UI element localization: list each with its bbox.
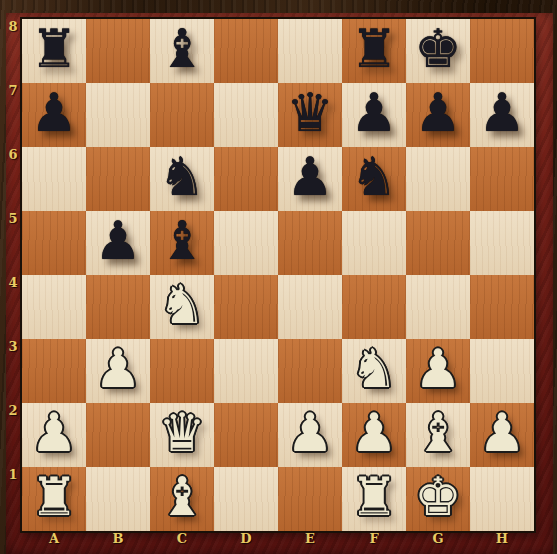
black-pawn[interactable]: ♟ bbox=[350, 81, 398, 145]
black-pawn[interactable]: ♟ bbox=[478, 81, 526, 145]
square-d3[interactable] bbox=[214, 339, 278, 403]
square-c3[interactable] bbox=[150, 339, 214, 403]
file-label-e: E bbox=[278, 531, 342, 553]
square-e8[interactable] bbox=[278, 19, 342, 83]
square-h4[interactable] bbox=[470, 275, 534, 339]
square-e3[interactable] bbox=[278, 339, 342, 403]
black-bishop[interactable]: ♝ bbox=[158, 209, 206, 273]
black-queen[interactable]: ♛ bbox=[286, 81, 334, 145]
square-e6[interactable]: ♟ bbox=[278, 147, 342, 211]
file-label-g: G bbox=[406, 531, 470, 553]
white-knight[interactable]: ♞ bbox=[158, 273, 206, 337]
square-h1[interactable] bbox=[470, 467, 534, 531]
black-pawn[interactable]: ♟ bbox=[94, 209, 142, 273]
square-e4[interactable] bbox=[278, 275, 342, 339]
white-king[interactable]: ♚ bbox=[414, 465, 462, 529]
white-pawn[interactable]: ♟ bbox=[478, 401, 526, 465]
square-g5[interactable] bbox=[406, 211, 470, 275]
white-pawn[interactable]: ♟ bbox=[30, 401, 78, 465]
square-f7[interactable]: ♟ bbox=[342, 83, 406, 147]
square-d2[interactable] bbox=[214, 403, 278, 467]
square-b6[interactable] bbox=[86, 147, 150, 211]
square-b1[interactable] bbox=[86, 467, 150, 531]
square-e7[interactable]: ♛ bbox=[278, 83, 342, 147]
square-h5[interactable] bbox=[470, 211, 534, 275]
chess-app-window: ♜♝♜♚♟♛♟♟♟♞♟♞♟♝♞♟♞♟♟♛♟♟♝♟♜♝♜♚ 87654321 AB… bbox=[0, 0, 557, 554]
rank-label-4: 4 bbox=[6, 275, 20, 339]
square-d6[interactable] bbox=[214, 147, 278, 211]
white-queen[interactable]: ♛ bbox=[158, 401, 206, 465]
black-pawn[interactable]: ♟ bbox=[286, 145, 334, 209]
square-h7[interactable]: ♟ bbox=[470, 83, 534, 147]
rank-label-7: 7 bbox=[6, 83, 20, 147]
chess-board: ♜♝♜♚♟♛♟♟♟♞♟♞♟♝♞♟♞♟♟♛♟♟♝♟♜♝♜♚ bbox=[20, 17, 536, 533]
white-pawn[interactable]: ♟ bbox=[286, 401, 334, 465]
square-d1[interactable] bbox=[214, 467, 278, 531]
square-a4[interactable] bbox=[22, 275, 86, 339]
square-b3[interactable]: ♟ bbox=[86, 339, 150, 403]
square-g4[interactable] bbox=[406, 275, 470, 339]
square-b8[interactable] bbox=[86, 19, 150, 83]
square-a8[interactable]: ♜ bbox=[22, 19, 86, 83]
file-label-f: F bbox=[342, 531, 406, 553]
black-pawn[interactable]: ♟ bbox=[30, 81, 78, 145]
square-f8[interactable]: ♜ bbox=[342, 19, 406, 83]
square-e2[interactable]: ♟ bbox=[278, 403, 342, 467]
square-c4[interactable]: ♞ bbox=[150, 275, 214, 339]
square-b7[interactable] bbox=[86, 83, 150, 147]
file-label-b: B bbox=[86, 531, 150, 553]
square-f6[interactable]: ♞ bbox=[342, 147, 406, 211]
square-f5[interactable] bbox=[342, 211, 406, 275]
white-pawn[interactable]: ♟ bbox=[350, 401, 398, 465]
black-knight[interactable]: ♞ bbox=[158, 145, 206, 209]
square-b4[interactable] bbox=[86, 275, 150, 339]
square-h2[interactable]: ♟ bbox=[470, 403, 534, 467]
rank-label-6: 6 bbox=[6, 147, 20, 211]
file-label-a: A bbox=[22, 531, 86, 553]
square-d5[interactable] bbox=[214, 211, 278, 275]
square-a3[interactable] bbox=[22, 339, 86, 403]
square-g1[interactable]: ♚ bbox=[406, 467, 470, 531]
white-pawn[interactable]: ♟ bbox=[94, 337, 142, 401]
rank-label-2: 2 bbox=[6, 403, 20, 467]
rank-label-5: 5 bbox=[6, 211, 20, 275]
rank-label-3: 3 bbox=[6, 339, 20, 403]
square-g3[interactable]: ♟ bbox=[406, 339, 470, 403]
white-pawn[interactable]: ♟ bbox=[414, 337, 462, 401]
square-d8[interactable] bbox=[214, 19, 278, 83]
square-d4[interactable] bbox=[214, 275, 278, 339]
square-h6[interactable] bbox=[470, 147, 534, 211]
square-a5[interactable] bbox=[22, 211, 86, 275]
square-a2[interactable]: ♟ bbox=[22, 403, 86, 467]
square-b5[interactable]: ♟ bbox=[86, 211, 150, 275]
square-f1[interactable]: ♜ bbox=[342, 467, 406, 531]
white-bishop[interactable]: ♝ bbox=[414, 401, 462, 465]
black-king[interactable]: ♚ bbox=[414, 17, 462, 81]
black-rook[interactable]: ♜ bbox=[30, 17, 78, 81]
white-rook[interactable]: ♜ bbox=[30, 465, 78, 529]
square-c1[interactable]: ♝ bbox=[150, 467, 214, 531]
white-bishop[interactable]: ♝ bbox=[158, 465, 206, 529]
square-c6[interactable]: ♞ bbox=[150, 147, 214, 211]
square-a7[interactable]: ♟ bbox=[22, 83, 86, 147]
square-f4[interactable] bbox=[342, 275, 406, 339]
white-knight[interactable]: ♞ bbox=[350, 337, 398, 401]
square-e5[interactable] bbox=[278, 211, 342, 275]
square-c8[interactable]: ♝ bbox=[150, 19, 214, 83]
square-a1[interactable]: ♜ bbox=[22, 467, 86, 531]
rank-label-1: 1 bbox=[6, 467, 20, 531]
square-f3[interactable]: ♞ bbox=[342, 339, 406, 403]
rank-label-8: 8 bbox=[6, 19, 20, 83]
square-g8[interactable]: ♚ bbox=[406, 19, 470, 83]
file-label-h: H bbox=[470, 531, 534, 553]
black-knight[interactable]: ♞ bbox=[350, 145, 398, 209]
square-e1[interactable] bbox=[278, 467, 342, 531]
black-rook[interactable]: ♜ bbox=[350, 17, 398, 81]
square-g7[interactable]: ♟ bbox=[406, 83, 470, 147]
white-rook[interactable]: ♜ bbox=[350, 465, 398, 529]
square-g6[interactable] bbox=[406, 147, 470, 211]
square-h3[interactable] bbox=[470, 339, 534, 403]
square-c7[interactable] bbox=[150, 83, 214, 147]
square-b2[interactable] bbox=[86, 403, 150, 467]
square-f2[interactable]: ♟ bbox=[342, 403, 406, 467]
file-label-c: C bbox=[150, 531, 214, 553]
square-a6[interactable] bbox=[22, 147, 86, 211]
square-h8[interactable] bbox=[470, 19, 534, 83]
square-d7[interactable] bbox=[214, 83, 278, 147]
square-c2[interactable]: ♛ bbox=[150, 403, 214, 467]
file-label-d: D bbox=[214, 531, 278, 553]
square-g2[interactable]: ♝ bbox=[406, 403, 470, 467]
black-pawn[interactable]: ♟ bbox=[414, 81, 462, 145]
square-c5[interactable]: ♝ bbox=[150, 211, 214, 275]
black-bishop[interactable]: ♝ bbox=[158, 17, 206, 81]
